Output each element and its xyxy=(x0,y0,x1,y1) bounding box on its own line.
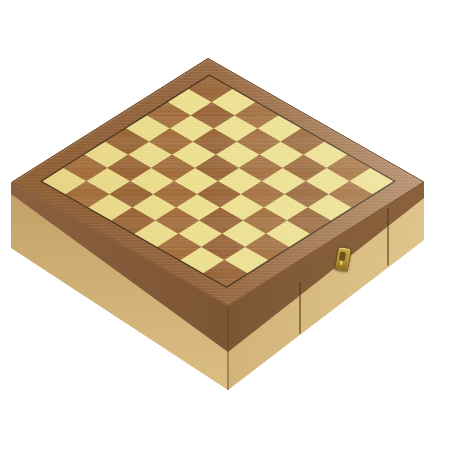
drawer-seam-left xyxy=(299,282,301,334)
chess-box-product-photo xyxy=(0,0,450,450)
drawer-seam-right xyxy=(387,208,389,266)
box-corner-edge xyxy=(227,306,229,390)
